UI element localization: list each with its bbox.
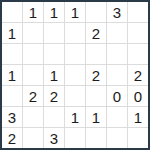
cell-r5c6-clue[interactable]: 0 xyxy=(107,86,127,106)
cell-r3c2-empty[interactable] xyxy=(23,44,43,64)
cell-r2c1-clue[interactable]: 1 xyxy=(2,23,22,43)
cell-r5c4-empty[interactable] xyxy=(65,86,85,106)
cell-r4c4-empty[interactable] xyxy=(65,65,85,85)
cell-r7c2-empty[interactable] xyxy=(23,128,43,148)
cell-r1c2-clue[interactable]: 1 xyxy=(23,2,43,22)
cell-r7c4-empty[interactable] xyxy=(65,128,85,148)
cell-r1c5-empty[interactable] xyxy=(86,2,106,22)
cell-r6c5-clue[interactable]: 1 xyxy=(86,107,106,127)
cell-r2c4-empty[interactable] xyxy=(65,23,85,43)
cell-r6c2-empty[interactable] xyxy=(23,107,43,127)
cell-r6c6-empty[interactable] xyxy=(107,107,127,127)
cell-r2c2-empty[interactable] xyxy=(23,23,43,43)
cell-r3c7-empty[interactable] xyxy=(128,44,148,64)
cell-r1c4-clue[interactable]: 1 xyxy=(65,2,85,22)
cell-r4c6-empty[interactable] xyxy=(107,65,127,85)
cell-r4c3-clue[interactable]: 1 xyxy=(44,65,64,85)
cell-r7c5-empty[interactable] xyxy=(86,128,106,148)
slitherlink-board: 11131211222200311123 xyxy=(0,0,150,150)
cell-r3c1-empty[interactable] xyxy=(2,44,22,64)
cell-r7c7-empty[interactable] xyxy=(128,128,148,148)
cell-r4c1-clue[interactable]: 1 xyxy=(2,65,22,85)
cell-r7c3-clue[interactable]: 3 xyxy=(44,128,64,148)
cell-r3c5-empty[interactable] xyxy=(86,44,106,64)
cell-r5c1-empty[interactable] xyxy=(2,86,22,106)
cell-r3c4-empty[interactable] xyxy=(65,44,85,64)
cell-r2c5-clue[interactable]: 2 xyxy=(86,23,106,43)
cell-r5c7-clue[interactable]: 0 xyxy=(128,86,148,106)
cell-r7c6-empty[interactable] xyxy=(107,128,127,148)
cell-r1c1-empty[interactable] xyxy=(2,2,22,22)
cell-r5c5-empty[interactable] xyxy=(86,86,106,106)
cell-r4c5-clue[interactable]: 2 xyxy=(86,65,106,85)
cell-r4c2-empty[interactable] xyxy=(23,65,43,85)
cell-r1c7-empty[interactable] xyxy=(128,2,148,22)
cell-r2c7-empty[interactable] xyxy=(128,23,148,43)
cell-r1c6-clue[interactable]: 3 xyxy=(107,2,127,22)
cell-r6c1-clue[interactable]: 3 xyxy=(2,107,22,127)
cell-r5c3-clue[interactable]: 2 xyxy=(44,86,64,106)
cell-r6c7-clue[interactable]: 1 xyxy=(128,107,148,127)
cell-r3c6-empty[interactable] xyxy=(107,44,127,64)
cell-r2c6-empty[interactable] xyxy=(107,23,127,43)
cell-r3c3-empty[interactable] xyxy=(44,44,64,64)
cell-r6c4-clue[interactable]: 1 xyxy=(65,107,85,127)
cell-r7c1-clue[interactable]: 2 xyxy=(2,128,22,148)
cell-r4c7-clue[interactable]: 2 xyxy=(128,65,148,85)
cell-r6c3-empty[interactable] xyxy=(44,107,64,127)
cell-r2c3-empty[interactable] xyxy=(44,23,64,43)
cell-r5c2-clue[interactable]: 2 xyxy=(23,86,43,106)
cell-r1c3-clue[interactable]: 1 xyxy=(44,2,64,22)
